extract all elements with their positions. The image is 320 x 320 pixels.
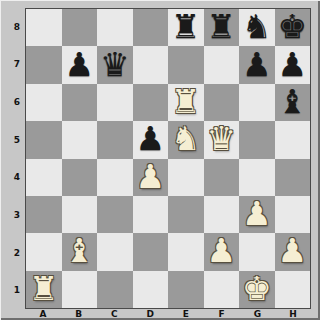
square-d4[interactable]: ♟ (133, 159, 169, 196)
square-b1[interactable] (62, 271, 98, 308)
rank-label-4: 4 (0, 159, 23, 197)
white-pawn: ♟ (277, 234, 307, 267)
square-e4[interactable] (168, 159, 204, 196)
square-a6[interactable] (26, 84, 62, 121)
square-h8[interactable]: ♚ (275, 9, 311, 46)
square-f6[interactable] (204, 84, 240, 121)
square-b6[interactable] (62, 84, 98, 121)
file-labels: ABCDEFGH (25, 308, 311, 320)
white-pawn: ♟ (242, 197, 272, 230)
square-h2[interactable]: ♟ (275, 233, 311, 270)
file-label-b: B (61, 308, 97, 320)
square-e5[interactable]: ♞ (168, 121, 204, 158)
rank-label-5: 5 (0, 121, 23, 159)
square-c1[interactable] (97, 271, 133, 308)
square-h6[interactable]: ♝ (275, 84, 311, 121)
rank-label-1: 1 (0, 271, 23, 309)
square-g6[interactable] (239, 84, 275, 121)
square-c7[interactable]: ♛ (97, 46, 133, 83)
rank-labels: 87654321 (0, 8, 23, 309)
square-d7[interactable] (133, 46, 169, 83)
square-b2[interactable]: ♝ (62, 233, 98, 270)
square-h5[interactable] (275, 121, 311, 158)
square-f2[interactable]: ♟ (204, 233, 240, 270)
square-b3[interactable] (62, 196, 98, 233)
square-h3[interactable] (275, 196, 311, 233)
square-g8[interactable]: ♞ (239, 9, 275, 46)
square-c2[interactable] (97, 233, 133, 270)
square-a3[interactable] (26, 196, 62, 233)
black-king: ♚ (277, 10, 307, 43)
black-bishop: ♝ (277, 85, 307, 118)
black-knight: ♞ (242, 10, 272, 43)
square-b8[interactable] (62, 9, 98, 46)
file-label-d: D (132, 308, 168, 320)
white-pawn: ♟ (135, 160, 165, 193)
square-g4[interactable] (239, 159, 275, 196)
square-e2[interactable] (168, 233, 204, 270)
square-d6[interactable] (133, 84, 169, 121)
square-e8[interactable]: ♜ (168, 9, 204, 46)
black-rook: ♜ (206, 10, 236, 43)
square-h1[interactable] (275, 271, 311, 308)
white-queen: ♛ (206, 122, 236, 155)
file-label-a: A (25, 308, 61, 320)
rank-label-2: 2 (0, 234, 23, 272)
square-a8[interactable] (26, 9, 62, 46)
square-g7[interactable]: ♟ (239, 46, 275, 83)
square-d5[interactable]: ♟ (133, 121, 169, 158)
file-label-h: H (275, 308, 311, 320)
square-e1[interactable] (168, 271, 204, 308)
square-c8[interactable] (97, 9, 133, 46)
square-b4[interactable] (62, 159, 98, 196)
square-h4[interactable] (275, 159, 311, 196)
black-pawn: ♟ (277, 48, 307, 81)
square-d8[interactable] (133, 9, 169, 46)
square-f4[interactable] (204, 159, 240, 196)
square-a5[interactable] (26, 121, 62, 158)
square-g2[interactable] (239, 233, 275, 270)
square-b7[interactable]: ♟ (62, 46, 98, 83)
black-rook: ♜ (171, 10, 201, 43)
black-queen: ♛ (100, 48, 130, 81)
chess-board: ♜♜♞♚♟♛♟♟♜♝♟♞♛♟♟♝♟♟♜♚ (25, 8, 311, 309)
white-pawn: ♟ (206, 234, 236, 267)
square-c4[interactable] (97, 159, 133, 196)
white-king: ♚ (242, 272, 272, 305)
square-b5[interactable] (62, 121, 98, 158)
square-f3[interactable] (204, 196, 240, 233)
chessboard-frame: 87654321 ♜♜♞♚♟♛♟♟♜♝♟♞♛♟♟♝♟♟♜♚ ABCDEFGH (0, 0, 320, 320)
black-pawn: ♟ (135, 122, 165, 155)
black-pawn: ♟ (242, 48, 272, 81)
white-rook: ♜ (29, 272, 59, 305)
square-f7[interactable] (204, 46, 240, 83)
square-e7[interactable] (168, 46, 204, 83)
rank-label-8: 8 (0, 8, 23, 46)
rank-label-6: 6 (0, 83, 23, 121)
square-e6[interactable]: ♜ (168, 84, 204, 121)
square-a2[interactable] (26, 233, 62, 270)
file-label-f: F (204, 308, 240, 320)
square-c6[interactable] (97, 84, 133, 121)
square-d2[interactable] (133, 233, 169, 270)
file-label-g: G (240, 308, 276, 320)
square-g3[interactable]: ♟ (239, 196, 275, 233)
square-g1[interactable]: ♚ (239, 271, 275, 308)
square-f5[interactable]: ♛ (204, 121, 240, 158)
square-f8[interactable]: ♜ (204, 9, 240, 46)
rank-label-3: 3 (0, 196, 23, 234)
square-a7[interactable] (26, 46, 62, 83)
square-a1[interactable]: ♜ (26, 271, 62, 308)
square-c3[interactable] (97, 196, 133, 233)
white-rook: ♜ (171, 85, 201, 118)
square-c5[interactable] (97, 121, 133, 158)
square-h7[interactable]: ♟ (275, 46, 311, 83)
square-d1[interactable] (133, 271, 169, 308)
white-bishop: ♝ (64, 234, 94, 267)
square-g5[interactable] (239, 121, 275, 158)
square-e3[interactable] (168, 196, 204, 233)
white-knight: ♞ (171, 122, 201, 155)
square-a4[interactable] (26, 159, 62, 196)
file-label-e: E (168, 308, 204, 320)
rank-label-7: 7 (0, 46, 23, 84)
file-label-c: C (97, 308, 133, 320)
black-pawn: ♟ (64, 48, 94, 81)
square-d3[interactable] (133, 196, 169, 233)
square-f1[interactable] (204, 271, 240, 308)
